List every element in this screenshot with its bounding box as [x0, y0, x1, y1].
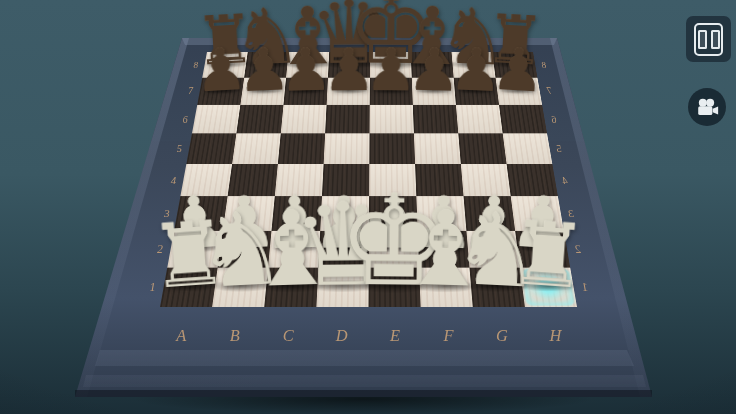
- chess-3d-scene: ABCDEFGH1122334455667788 ♜♞♝♛♚♝♞♜♟♟♟♟♟♟♟…: [0, 0, 736, 414]
- black-pawn-h7[interactable]: ♟: [490, 39, 546, 101]
- camera-button[interactable]: [688, 88, 726, 126]
- pieces-layer: ♜♞♝♛♚♝♞♜♟♟♟♟♟♟♟♟♟♟♟♟♟♟♟♟♜♞♝♛♚♝♞♜: [0, 0, 736, 414]
- white-rook-h1[interactable]: ♜: [506, 209, 591, 302]
- pause-icon: [694, 23, 723, 56]
- camera-icon: [696, 98, 719, 117]
- pause-button[interactable]: [686, 16, 731, 62]
